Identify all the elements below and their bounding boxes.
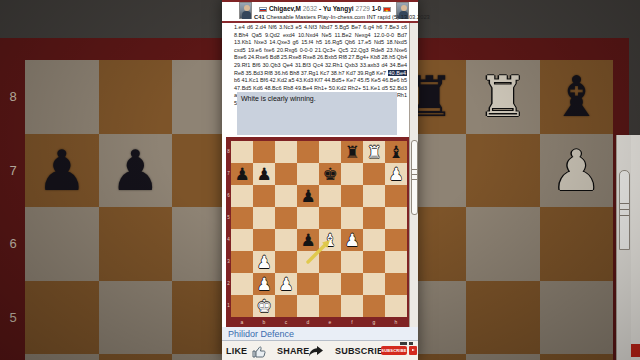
square-e2[interactable] [319,273,341,295]
rank-label-5: 5 [226,207,231,229]
square-a3[interactable] [231,251,253,273]
video-frame: ♜♜♝♟♟♚♟♟♟♝♟♟♟♟♚ 8765 Chigaev,M 2632 - Yu… [0,0,640,360]
square-g1[interactable] [363,295,385,317]
rank-label-8: 8 [226,141,231,163]
white-pawn-h7[interactable]: ♟ [385,163,407,185]
board-frame: ♜♜♝♟♟♚♟♟♟♝♟♟♟♟♚ 87654321 abcdefgh [226,137,409,327]
black-king-e7[interactable]: ♚ [319,163,341,185]
square-g3[interactable] [363,251,385,273]
youtube-icon[interactable] [409,346,417,355]
square-c8[interactable] [275,141,297,163]
rank-label-6: 6 [226,185,231,207]
players-line: Chigaev,M 2632 - Yu Yangyi 2729 1-0★ [254,4,396,13]
white-player-photo [239,2,252,19]
panel-scrollbar[interactable] [409,23,418,327]
square-a4[interactable] [231,229,253,251]
white-bishop-e4[interactable]: ♝ [319,229,341,251]
white-pawn-b3[interactable]: ♟ [253,251,275,273]
square-g6[interactable] [363,185,385,207]
game-result: 1-0 [372,5,381,12]
square-e3[interactable] [319,251,341,273]
square-f6[interactable] [341,185,363,207]
eco-code: C41 [254,14,265,20]
square-d8[interactable] [297,141,319,163]
square-g2[interactable] [363,273,385,295]
square-e8[interactable] [319,141,341,163]
square-a1[interactable] [231,295,253,317]
square-a2[interactable] [231,273,253,295]
square-f7[interactable] [341,163,363,185]
result-separator: - [319,5,321,12]
share-arrow-icon[interactable] [308,344,324,357]
opening-bar: Philidor Defence [222,327,418,341]
annotation-box[interactable]: White is clearly winning. [237,92,397,135]
square-g4[interactable] [363,229,385,251]
file-label-f: f [341,317,363,327]
square-b5[interactable] [253,207,275,229]
square-d7[interactable] [297,163,319,185]
thumbs-up-icon[interactable] [251,344,267,357]
square-g7[interactable] [363,163,385,185]
square-h2[interactable] [385,273,407,295]
black-pawn-a7[interactable]: ♟ [231,163,253,185]
rank-label-4: 4 [226,229,231,251]
square-c4[interactable] [275,229,297,251]
square-f2[interactable] [341,273,363,295]
event-line: C41 Chessable Masters Play-In-chess.com … [254,13,396,21]
current-move[interactable]: 40.Be4 [388,70,407,76]
square-a8[interactable] [231,141,253,163]
white-pawn-c2[interactable]: ♟ [275,273,297,295]
moves-before: 1.e4 d6 2.d4 Nf6 3.Nc3 e5 4.Nf3 Nbd7 5.B… [234,24,407,76]
square-c3[interactable] [275,251,297,273]
black-rook-f8[interactable]: ♜ [341,141,363,163]
file-label-d: d [297,317,319,327]
white-elo: 2632 [303,5,317,12]
white-pawn-b2[interactable]: ♟ [253,273,275,295]
square-a5[interactable] [231,207,253,229]
white-king-b1[interactable]: ♚ [253,295,275,317]
panel-scrollbar-thumb[interactable] [411,140,418,215]
square-d3[interactable] [297,251,319,273]
square-c5[interactable] [275,207,297,229]
square-g5[interactable] [363,207,385,229]
china-flag-icon: ★ [383,7,391,12]
square-h4[interactable] [385,229,407,251]
file-label-g: g [363,317,385,327]
square-b8[interactable] [253,141,275,163]
square-a6[interactable] [231,185,253,207]
square-f3[interactable] [341,251,363,273]
file-label-h: h [385,317,407,327]
black-pawn-d6[interactable]: ♟ [297,185,319,207]
white-rook-g8[interactable]: ♜ [363,141,385,163]
rank-label-3: 3 [226,251,231,273]
opening-name: Philidor Defence [228,329,294,339]
russia-flag-icon [259,7,267,12]
like-label[interactable]: LIKE [226,346,247,356]
square-e6[interactable] [319,185,341,207]
file-label-b: b [253,317,275,327]
square-b4[interactable] [253,229,275,251]
share-label[interactable]: SHARE [277,346,310,356]
game-header: Chigaev,M 2632 - Yu Yangyi 2729 1-0★ C41… [222,2,418,21]
square-c7[interactable] [275,163,297,185]
white-pawn-f4[interactable]: ♟ [341,229,363,251]
black-pawn-d4[interactable]: ♟ [297,229,319,251]
square-h1[interactable] [385,295,407,317]
square-d5[interactable] [297,207,319,229]
rank-label-2: 2 [226,273,231,295]
square-c1[interactable] [275,295,297,317]
square-d2[interactable] [297,273,319,295]
event-name: Chessable Masters Play-In-chess.com INT … [266,14,430,20]
black-player-name: Yu Yangyi [323,5,354,12]
square-e1[interactable] [319,295,341,317]
chess-app-panel: Chigaev,M 2632 - Yu Yangyi 2729 1-0★ C41… [222,0,418,360]
square-e5[interactable] [319,207,341,229]
file-label-a: a [231,317,253,327]
square-f1[interactable] [341,295,363,317]
square-h5[interactable] [385,207,407,229]
black-bishop-h8[interactable]: ♝ [385,141,407,163]
move-list[interactable]: 1.e4 d6 2.d4 Nf6 3.Nc3 e5 4.Nf3 Nbd7 5.B… [234,24,407,92]
header-separator [222,21,418,23]
rank-label-7: 7 [226,163,231,185]
rank-label-1: 1 [226,295,231,317]
square-h6[interactable] [385,185,407,207]
window-controls-icon [400,341,416,345]
square-b6[interactable] [253,185,275,207]
action-bar: LIKE SHARE SUBSCRIBE SUBSCRIBE [222,341,418,360]
square-c6[interactable] [275,185,297,207]
square-h3[interactable] [385,251,407,273]
subscribe-button[interactable]: SUBSCRIBE [381,346,407,355]
square-f5[interactable] [341,207,363,229]
annotation-text: White is clearly winning. [241,95,316,102]
file-label-e: e [319,317,341,327]
white-player-name: Chigaev,M [269,5,301,12]
chess-board[interactable]: ♜♜♝♟♟♚♟♟♟♝♟♟♟♟♚ [231,141,407,317]
square-d1[interactable] [297,295,319,317]
black-pawn-b7[interactable]: ♟ [253,163,275,185]
file-label-c: c [275,317,297,327]
black-elo: 2729 [355,5,369,12]
